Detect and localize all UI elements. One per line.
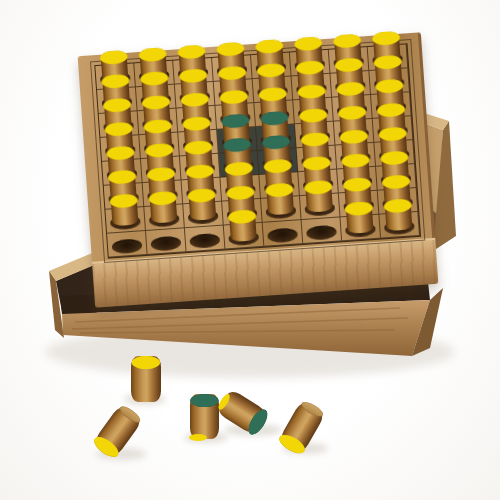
peg-cap-glyph: ● xyxy=(220,157,257,177)
loose-peg-upright-yellow[interactable]: ● xyxy=(131,356,161,402)
peg-cap-glyph: ● xyxy=(256,107,293,127)
peg-cap-glyph: ● xyxy=(367,27,404,47)
peg-hole xyxy=(267,227,298,243)
board-cell[interactable]: ● xyxy=(105,207,146,234)
board-cell[interactable] xyxy=(185,226,226,253)
yellow-peg[interactable]: ● xyxy=(189,193,217,221)
peg-cap-glyph: ● xyxy=(175,64,212,84)
board-cell[interactable]: ● xyxy=(224,223,265,250)
loose-peg-upright-green[interactable]: ● xyxy=(190,394,219,439)
peg-cap-glyph: ● xyxy=(293,80,330,100)
yellow-peg[interactable]: ● xyxy=(266,188,294,216)
peg-cap-glyph: ● xyxy=(371,75,408,95)
peg-cap-glyph: ● xyxy=(329,30,366,50)
peg-cap-glyph: ● xyxy=(257,131,294,151)
peg-cap-glyph: ● xyxy=(290,32,327,52)
board-surface: ●●●●●●●●●●●●●●●●●●●●●●●●●●●●●●●●●●●●●●●●… xyxy=(78,32,436,261)
peg-cap-glyph: ● xyxy=(144,187,181,207)
peg-cap-glyph: ● xyxy=(337,149,374,169)
peg-cap-glyph: ● xyxy=(103,166,140,186)
board-cell[interactable]: ● xyxy=(183,202,224,229)
peg-cap-glyph: ● xyxy=(100,118,137,138)
board-cell[interactable] xyxy=(107,231,148,258)
yellow-peg[interactable]: ● xyxy=(111,199,139,227)
peg-cap-glyph: ● xyxy=(340,197,377,217)
peg-cap-glyph: ● xyxy=(141,139,178,159)
peg-hole xyxy=(150,236,181,252)
peg-cap-glyph: ● xyxy=(378,171,415,191)
peg-cap-glyph: ● xyxy=(335,125,372,145)
peg-hole xyxy=(189,233,220,249)
peg-cap-glyph: ● xyxy=(214,62,251,82)
peg-cap-glyph: ● xyxy=(136,67,173,87)
peg-cap-glyph: ● xyxy=(173,40,210,60)
board-cell[interactable] xyxy=(146,228,187,255)
peg-cap-glyph: ● xyxy=(298,152,335,172)
peg-cap-glyph: ● xyxy=(261,179,298,199)
peg-cap-glyph: ● xyxy=(180,136,217,156)
peg-cap-glyph: ● xyxy=(259,155,296,175)
scene: ●●●●●●●●●●●●●●●●●●●●●●●●●●●●●●●●●●●●●●●●… xyxy=(0,0,500,500)
peg-cap-glyph: ● xyxy=(224,205,261,225)
peg-hole xyxy=(112,238,143,254)
peg-cap-glyph: ● xyxy=(181,160,218,180)
peg-cap-glyph: ● xyxy=(142,163,179,183)
peg-cap-glyph: ● xyxy=(251,35,288,55)
peg-cap-glyph: ● xyxy=(98,94,135,114)
peg-cap-glyph: ● xyxy=(219,134,256,154)
yellow-peg[interactable]: ● xyxy=(229,214,257,242)
peg-cap-glyph: ● xyxy=(217,110,254,130)
peg-cap-glyph: ● xyxy=(339,173,376,193)
yellow-peg[interactable]: ● xyxy=(305,185,333,213)
peg-cap-glyph: ● xyxy=(105,190,142,210)
peg-cap-glyph: ● xyxy=(379,194,416,214)
board-cell[interactable]: ● xyxy=(300,193,341,220)
peg-cap-glyph: ● xyxy=(334,101,371,121)
peg-cap-glyph: ● xyxy=(330,54,367,74)
peg-cap-glyph: ● xyxy=(183,184,220,204)
peg-cap-glyph: ● xyxy=(332,77,369,97)
peg-cap-glyph: ● xyxy=(212,38,249,58)
peg-hole xyxy=(306,225,337,241)
peg-cap-glyph: ● xyxy=(102,142,139,162)
peg-cap-glyph: ● xyxy=(139,115,176,135)
yellow-peg[interactable]: ● xyxy=(150,196,178,224)
game-board: ●●●●●●●●●●●●●●●●●●●●●●●●●●●●●●●●●●●●●●●●… xyxy=(78,32,439,307)
board-cell[interactable] xyxy=(302,217,343,244)
peg-cap-glyph: ● xyxy=(374,123,411,143)
peg-cap-glyph: ● xyxy=(369,51,406,71)
yellow-peg[interactable]: ● xyxy=(346,206,374,234)
peg-cap-glyph: ● xyxy=(372,99,409,119)
yellow-peg[interactable]: ● xyxy=(385,203,413,231)
peg-cap-glyph: ● xyxy=(137,91,174,111)
peg-cap-glyph: ● xyxy=(296,128,333,148)
peg-cap-glyph: ● xyxy=(97,70,134,90)
board-grid-frame: ●●●●●●●●●●●●●●●●●●●●●●●●●●●●●●●●●●●●●●●●… xyxy=(90,39,425,263)
board-cell[interactable]: ● xyxy=(261,196,302,223)
board-cell[interactable]: ● xyxy=(379,212,420,239)
peg-cap-glyph: ● xyxy=(300,176,337,196)
board-cell[interactable] xyxy=(263,220,304,247)
peg-cap-glyph: ● xyxy=(127,352,165,369)
peg-cap-glyph: ● xyxy=(134,43,171,63)
peg-cap-glyph: ● xyxy=(252,59,289,79)
peg-cap-glyph: ● xyxy=(215,86,252,106)
peg-cap-glyph: ● xyxy=(295,104,332,124)
peg-yellow-edge xyxy=(189,434,207,441)
board-cell[interactable]: ● xyxy=(341,215,382,242)
peg-cap-glyph: ● xyxy=(222,181,259,201)
peg-cap-glyph: ● xyxy=(254,83,291,103)
board-cell[interactable]: ● xyxy=(144,204,185,231)
peg-cap-glyph: ● xyxy=(176,88,213,108)
board-grid: ●●●●●●●●●●●●●●●●●●●●●●●●●●●●●●●●●●●●●●●●… xyxy=(94,43,421,258)
peg-cap-glyph: ● xyxy=(291,56,328,76)
peg-cap-glyph: ● xyxy=(178,112,215,132)
peg-cap-glyph: ● xyxy=(95,46,132,66)
peg-cap-glyph: ● xyxy=(376,147,413,167)
